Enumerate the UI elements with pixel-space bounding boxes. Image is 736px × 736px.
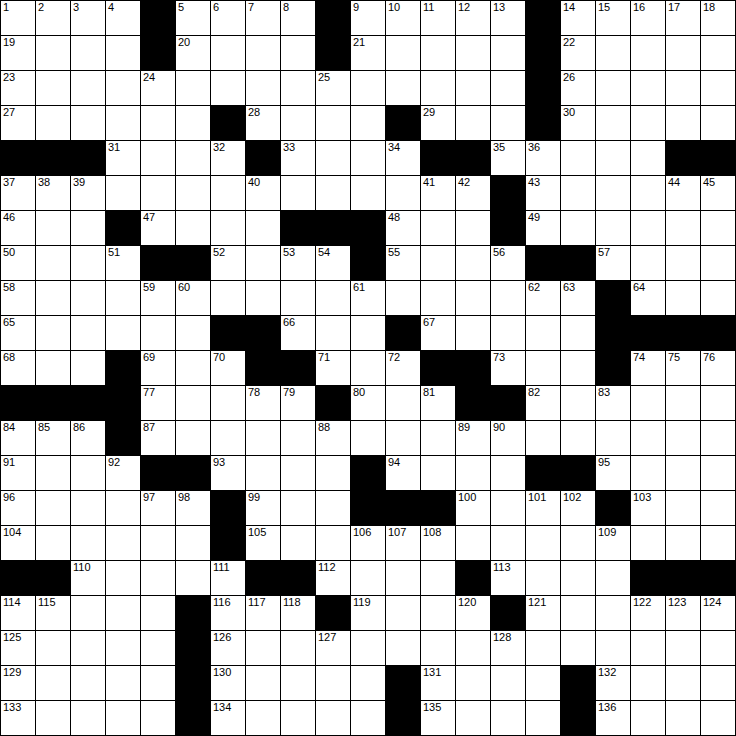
white-cell[interactable] xyxy=(491,456,525,490)
white-cell[interactable] xyxy=(421,281,455,315)
white-cell[interactable]: 39 xyxy=(71,176,105,210)
white-cell[interactable] xyxy=(351,421,385,455)
white-cell[interactable] xyxy=(246,631,280,665)
white-cell[interactable]: 77 xyxy=(141,386,175,420)
white-cell[interactable] xyxy=(351,106,385,140)
white-cell[interactable] xyxy=(36,106,70,140)
white-cell[interactable]: 28 xyxy=(246,106,280,140)
white-cell[interactable] xyxy=(386,386,420,420)
white-cell[interactable]: 61 xyxy=(351,281,385,315)
white-cell[interactable]: 27 xyxy=(1,106,35,140)
white-cell[interactable]: 90 xyxy=(491,421,525,455)
white-cell[interactable] xyxy=(316,701,350,735)
white-cell[interactable] xyxy=(71,36,105,70)
white-cell[interactable]: 26 xyxy=(561,71,595,105)
white-cell[interactable] xyxy=(36,281,70,315)
white-cell[interactable]: 74 xyxy=(631,351,665,385)
white-cell[interactable] xyxy=(561,316,595,350)
white-cell[interactable] xyxy=(211,421,245,455)
white-cell[interactable] xyxy=(36,491,70,525)
white-cell[interactable] xyxy=(281,71,315,105)
white-cell[interactable]: 78 xyxy=(246,386,280,420)
white-cell[interactable]: 52 xyxy=(211,246,245,280)
white-cell[interactable] xyxy=(211,71,245,105)
white-cell[interactable]: 48 xyxy=(386,211,420,245)
white-cell[interactable] xyxy=(701,491,735,525)
white-cell[interactable] xyxy=(281,526,315,560)
white-cell[interactable]: 17 xyxy=(666,1,700,35)
white-cell[interactable] xyxy=(596,71,630,105)
white-cell[interactable]: 58 xyxy=(1,281,35,315)
white-cell[interactable] xyxy=(71,631,105,665)
white-cell[interactable] xyxy=(701,666,735,700)
white-cell[interactable] xyxy=(421,596,455,630)
white-cell[interactable] xyxy=(666,106,700,140)
white-cell[interactable]: 65 xyxy=(1,316,35,350)
white-cell[interactable]: 124 xyxy=(701,596,735,630)
white-cell[interactable]: 125 xyxy=(1,631,35,665)
white-cell[interactable] xyxy=(71,351,105,385)
white-cell[interactable]: 99 xyxy=(246,491,280,525)
white-cell[interactable]: 94 xyxy=(386,456,420,490)
white-cell[interactable] xyxy=(596,36,630,70)
white-cell[interactable] xyxy=(106,71,140,105)
white-cell[interactable] xyxy=(631,456,665,490)
white-cell[interactable]: 126 xyxy=(211,631,245,665)
white-cell[interactable]: 93 xyxy=(211,456,245,490)
white-cell[interactable] xyxy=(596,421,630,455)
white-cell[interactable]: 111 xyxy=(211,561,245,595)
white-cell[interactable]: 29 xyxy=(421,106,455,140)
white-cell[interactable] xyxy=(421,71,455,105)
white-cell[interactable] xyxy=(106,666,140,700)
white-cell[interactable]: 66 xyxy=(281,316,315,350)
white-cell[interactable] xyxy=(631,246,665,280)
white-cell[interactable] xyxy=(316,526,350,560)
white-cell[interactable]: 50 xyxy=(1,246,35,280)
white-cell[interactable] xyxy=(596,176,630,210)
white-cell[interactable] xyxy=(71,316,105,350)
white-cell[interactable]: 105 xyxy=(246,526,280,560)
white-cell[interactable]: 129 xyxy=(1,666,35,700)
white-cell[interactable]: 55 xyxy=(386,246,420,280)
white-cell[interactable]: 72 xyxy=(386,351,420,385)
white-cell[interactable]: 80 xyxy=(351,386,385,420)
white-cell[interactable] xyxy=(351,316,385,350)
white-cell[interactable]: 32 xyxy=(211,141,245,175)
white-cell[interactable] xyxy=(106,491,140,525)
white-cell[interactable]: 89 xyxy=(456,421,490,455)
white-cell[interactable]: 98 xyxy=(176,491,210,525)
white-cell[interactable]: 24 xyxy=(141,71,175,105)
white-cell[interactable] xyxy=(281,36,315,70)
white-cell[interactable] xyxy=(456,631,490,665)
white-cell[interactable] xyxy=(141,316,175,350)
white-cell[interactable] xyxy=(491,36,525,70)
white-cell[interactable] xyxy=(631,386,665,420)
white-cell[interactable]: 22 xyxy=(561,36,595,70)
white-cell[interactable] xyxy=(666,211,700,245)
white-cell[interactable]: 100 xyxy=(456,491,490,525)
white-cell[interactable]: 75 xyxy=(666,351,700,385)
white-cell[interactable] xyxy=(561,386,595,420)
white-cell[interactable] xyxy=(36,456,70,490)
white-cell[interactable] xyxy=(351,631,385,665)
white-cell[interactable] xyxy=(526,526,560,560)
white-cell[interactable] xyxy=(421,36,455,70)
white-cell[interactable] xyxy=(106,106,140,140)
white-cell[interactable] xyxy=(386,596,420,630)
white-cell[interactable]: 18 xyxy=(701,1,735,35)
white-cell[interactable] xyxy=(281,456,315,490)
white-cell[interactable] xyxy=(561,176,595,210)
white-cell[interactable] xyxy=(701,36,735,70)
white-cell[interactable] xyxy=(316,491,350,525)
white-cell[interactable]: 43 xyxy=(526,176,560,210)
white-cell[interactable]: 37 xyxy=(1,176,35,210)
white-cell[interactable]: 63 xyxy=(561,281,595,315)
white-cell[interactable] xyxy=(106,596,140,630)
white-cell[interactable] xyxy=(526,561,560,595)
white-cell[interactable]: 30 xyxy=(561,106,595,140)
white-cell[interactable]: 11 xyxy=(421,1,455,35)
white-cell[interactable] xyxy=(456,701,490,735)
white-cell[interactable]: 19 xyxy=(1,36,35,70)
white-cell[interactable] xyxy=(386,71,420,105)
white-cell[interactable] xyxy=(701,71,735,105)
white-cell[interactable]: 57 xyxy=(596,246,630,280)
white-cell[interactable] xyxy=(211,176,245,210)
white-cell[interactable] xyxy=(456,526,490,560)
white-cell[interactable] xyxy=(141,141,175,175)
white-cell[interactable] xyxy=(456,281,490,315)
white-cell[interactable] xyxy=(666,456,700,490)
white-cell[interactable] xyxy=(211,211,245,245)
white-cell[interactable] xyxy=(281,281,315,315)
white-cell[interactable] xyxy=(71,71,105,105)
white-cell[interactable]: 97 xyxy=(141,491,175,525)
white-cell[interactable] xyxy=(701,456,735,490)
white-cell[interactable] xyxy=(421,456,455,490)
white-cell[interactable]: 12 xyxy=(456,1,490,35)
white-cell[interactable] xyxy=(596,141,630,175)
white-cell[interactable] xyxy=(36,526,70,560)
white-cell[interactable] xyxy=(421,631,455,665)
white-cell[interactable] xyxy=(176,211,210,245)
white-cell[interactable] xyxy=(456,36,490,70)
white-cell[interactable]: 123 xyxy=(666,596,700,630)
white-cell[interactable]: 45 xyxy=(701,176,735,210)
white-cell[interactable]: 14 xyxy=(561,1,595,35)
white-cell[interactable] xyxy=(71,596,105,630)
white-cell[interactable]: 113 xyxy=(491,561,525,595)
white-cell[interactable] xyxy=(456,211,490,245)
white-cell[interactable] xyxy=(141,561,175,595)
white-cell[interactable] xyxy=(421,561,455,595)
white-cell[interactable] xyxy=(456,106,490,140)
white-cell[interactable] xyxy=(141,666,175,700)
white-cell[interactable] xyxy=(176,176,210,210)
white-cell[interactable] xyxy=(316,141,350,175)
white-cell[interactable] xyxy=(631,211,665,245)
white-cell[interactable] xyxy=(36,666,70,700)
white-cell[interactable] xyxy=(666,631,700,665)
white-cell[interactable]: 15 xyxy=(596,1,630,35)
white-cell[interactable]: 54 xyxy=(316,246,350,280)
white-cell[interactable]: 91 xyxy=(1,456,35,490)
white-cell[interactable]: 2 xyxy=(36,1,70,35)
white-cell[interactable]: 117 xyxy=(246,596,280,630)
white-cell[interactable] xyxy=(316,106,350,140)
white-cell[interactable]: 76 xyxy=(701,351,735,385)
white-cell[interactable]: 106 xyxy=(351,526,385,560)
white-cell[interactable] xyxy=(71,211,105,245)
white-cell[interactable]: 34 xyxy=(386,141,420,175)
white-cell[interactable] xyxy=(71,281,105,315)
white-cell[interactable]: 109 xyxy=(596,526,630,560)
white-cell[interactable] xyxy=(491,666,525,700)
white-cell[interactable] xyxy=(421,246,455,280)
white-cell[interactable] xyxy=(666,71,700,105)
white-cell[interactable] xyxy=(36,631,70,665)
white-cell[interactable] xyxy=(491,281,525,315)
white-cell[interactable]: 127 xyxy=(316,631,350,665)
white-cell[interactable]: 3 xyxy=(71,1,105,35)
white-cell[interactable] xyxy=(36,211,70,245)
white-cell[interactable] xyxy=(456,666,490,700)
white-cell[interactable] xyxy=(701,106,735,140)
white-cell[interactable] xyxy=(526,701,560,735)
white-cell[interactable] xyxy=(561,631,595,665)
white-cell[interactable] xyxy=(106,631,140,665)
white-cell[interactable] xyxy=(491,316,525,350)
white-cell[interactable] xyxy=(596,106,630,140)
white-cell[interactable] xyxy=(526,351,560,385)
white-cell[interactable] xyxy=(281,666,315,700)
white-cell[interactable]: 116 xyxy=(211,596,245,630)
white-cell[interactable]: 85 xyxy=(36,421,70,455)
white-cell[interactable]: 135 xyxy=(421,701,455,735)
white-cell[interactable] xyxy=(106,36,140,70)
white-cell[interactable] xyxy=(491,71,525,105)
white-cell[interactable] xyxy=(71,491,105,525)
white-cell[interactable] xyxy=(561,351,595,385)
white-cell[interactable] xyxy=(701,386,735,420)
white-cell[interactable] xyxy=(71,106,105,140)
white-cell[interactable] xyxy=(176,421,210,455)
white-cell[interactable]: 44 xyxy=(666,176,700,210)
white-cell[interactable] xyxy=(701,211,735,245)
white-cell[interactable] xyxy=(281,421,315,455)
white-cell[interactable]: 62 xyxy=(526,281,560,315)
white-cell[interactable] xyxy=(141,106,175,140)
white-cell[interactable]: 120 xyxy=(456,596,490,630)
white-cell[interactable]: 130 xyxy=(211,666,245,700)
white-cell[interactable] xyxy=(701,631,735,665)
white-cell[interactable] xyxy=(421,421,455,455)
white-cell[interactable] xyxy=(631,71,665,105)
white-cell[interactable] xyxy=(631,526,665,560)
white-cell[interactable] xyxy=(631,36,665,70)
white-cell[interactable] xyxy=(246,281,280,315)
white-cell[interactable] xyxy=(106,701,140,735)
white-cell[interactable] xyxy=(106,526,140,560)
white-cell[interactable]: 82 xyxy=(526,386,560,420)
white-cell[interactable]: 102 xyxy=(561,491,595,525)
white-cell[interactable]: 92 xyxy=(106,456,140,490)
white-cell[interactable]: 114 xyxy=(1,596,35,630)
white-cell[interactable]: 134 xyxy=(211,701,245,735)
white-cell[interactable]: 20 xyxy=(176,36,210,70)
white-cell[interactable] xyxy=(666,666,700,700)
white-cell[interactable] xyxy=(36,351,70,385)
white-cell[interactable]: 128 xyxy=(491,631,525,665)
white-cell[interactable] xyxy=(561,211,595,245)
white-cell[interactable] xyxy=(351,351,385,385)
white-cell[interactable] xyxy=(176,316,210,350)
white-cell[interactable]: 70 xyxy=(211,351,245,385)
white-cell[interactable]: 118 xyxy=(281,596,315,630)
white-cell[interactable] xyxy=(316,666,350,700)
white-cell[interactable] xyxy=(386,176,420,210)
white-cell[interactable] xyxy=(386,561,420,595)
white-cell[interactable]: 84 xyxy=(1,421,35,455)
white-cell[interactable] xyxy=(631,701,665,735)
white-cell[interactable]: 83 xyxy=(596,386,630,420)
white-cell[interactable]: 73 xyxy=(491,351,525,385)
white-cell[interactable] xyxy=(456,316,490,350)
white-cell[interactable] xyxy=(491,701,525,735)
white-cell[interactable] xyxy=(316,281,350,315)
white-cell[interactable]: 71 xyxy=(316,351,350,385)
white-cell[interactable]: 16 xyxy=(631,1,665,35)
white-cell[interactable] xyxy=(36,36,70,70)
white-cell[interactable] xyxy=(246,421,280,455)
white-cell[interactable] xyxy=(246,701,280,735)
white-cell[interactable]: 81 xyxy=(421,386,455,420)
white-cell[interactable] xyxy=(176,71,210,105)
white-cell[interactable] xyxy=(386,36,420,70)
white-cell[interactable] xyxy=(701,246,735,280)
white-cell[interactable]: 95 xyxy=(596,456,630,490)
white-cell[interactable]: 86 xyxy=(71,421,105,455)
white-cell[interactable] xyxy=(141,526,175,560)
white-cell[interactable]: 47 xyxy=(141,211,175,245)
white-cell[interactable] xyxy=(491,106,525,140)
white-cell[interactable] xyxy=(526,316,560,350)
white-cell[interactable] xyxy=(36,701,70,735)
white-cell[interactable] xyxy=(666,36,700,70)
white-cell[interactable] xyxy=(666,526,700,560)
white-cell[interactable] xyxy=(701,281,735,315)
white-cell[interactable] xyxy=(386,281,420,315)
white-cell[interactable]: 36 xyxy=(526,141,560,175)
white-cell[interactable] xyxy=(666,246,700,280)
white-cell[interactable] xyxy=(316,456,350,490)
white-cell[interactable]: 60 xyxy=(176,281,210,315)
white-cell[interactable] xyxy=(281,491,315,525)
white-cell[interactable]: 1 xyxy=(1,1,35,35)
white-cell[interactable] xyxy=(631,106,665,140)
white-cell[interactable]: 132 xyxy=(596,666,630,700)
white-cell[interactable] xyxy=(351,701,385,735)
white-cell[interactable] xyxy=(281,176,315,210)
white-cell[interactable]: 104 xyxy=(1,526,35,560)
white-cell[interactable]: 67 xyxy=(421,316,455,350)
white-cell[interactable]: 87 xyxy=(141,421,175,455)
white-cell[interactable] xyxy=(701,701,735,735)
white-cell[interactable] xyxy=(456,71,490,105)
white-cell[interactable] xyxy=(246,71,280,105)
white-cell[interactable]: 108 xyxy=(421,526,455,560)
white-cell[interactable] xyxy=(561,596,595,630)
white-cell[interactable] xyxy=(526,421,560,455)
white-cell[interactable]: 112 xyxy=(316,561,350,595)
white-cell[interactable]: 42 xyxy=(456,176,490,210)
white-cell[interactable] xyxy=(316,316,350,350)
white-cell[interactable]: 59 xyxy=(141,281,175,315)
white-cell[interactable] xyxy=(281,701,315,735)
white-cell[interactable] xyxy=(666,386,700,420)
white-cell[interactable] xyxy=(281,106,315,140)
white-cell[interactable]: 107 xyxy=(386,526,420,560)
white-cell[interactable] xyxy=(281,631,315,665)
white-cell[interactable] xyxy=(631,176,665,210)
white-cell[interactable]: 101 xyxy=(526,491,560,525)
white-cell[interactable] xyxy=(386,421,420,455)
white-cell[interactable] xyxy=(246,36,280,70)
white-cell[interactable]: 8 xyxy=(281,1,315,35)
white-cell[interactable] xyxy=(491,526,525,560)
white-cell[interactable] xyxy=(176,141,210,175)
white-cell[interactable]: 38 xyxy=(36,176,70,210)
white-cell[interactable] xyxy=(596,631,630,665)
white-cell[interactable] xyxy=(106,176,140,210)
white-cell[interactable] xyxy=(141,596,175,630)
white-cell[interactable] xyxy=(526,631,560,665)
white-cell[interactable] xyxy=(701,526,735,560)
white-cell[interactable] xyxy=(351,71,385,105)
white-cell[interactable] xyxy=(106,316,140,350)
white-cell[interactable] xyxy=(421,211,455,245)
white-cell[interactable] xyxy=(701,421,735,455)
white-cell[interactable]: 103 xyxy=(631,491,665,525)
white-cell[interactable] xyxy=(176,526,210,560)
white-cell[interactable]: 133 xyxy=(1,701,35,735)
white-cell[interactable]: 4 xyxy=(106,1,140,35)
white-cell[interactable] xyxy=(596,211,630,245)
white-cell[interactable] xyxy=(176,351,210,385)
white-cell[interactable] xyxy=(631,421,665,455)
white-cell[interactable] xyxy=(631,631,665,665)
white-cell[interactable] xyxy=(351,561,385,595)
white-cell[interactable] xyxy=(351,176,385,210)
white-cell[interactable]: 51 xyxy=(106,246,140,280)
white-cell[interactable] xyxy=(386,631,420,665)
white-cell[interactable] xyxy=(211,36,245,70)
white-cell[interactable]: 121 xyxy=(526,596,560,630)
white-cell[interactable]: 119 xyxy=(351,596,385,630)
white-cell[interactable]: 131 xyxy=(421,666,455,700)
white-cell[interactable]: 10 xyxy=(386,1,420,35)
white-cell[interactable]: 5 xyxy=(176,1,210,35)
white-cell[interactable]: 9 xyxy=(351,1,385,35)
white-cell[interactable] xyxy=(71,701,105,735)
white-cell[interactable] xyxy=(351,666,385,700)
white-cell[interactable]: 110 xyxy=(71,561,105,595)
white-cell[interactable] xyxy=(316,176,350,210)
white-cell[interactable] xyxy=(561,421,595,455)
